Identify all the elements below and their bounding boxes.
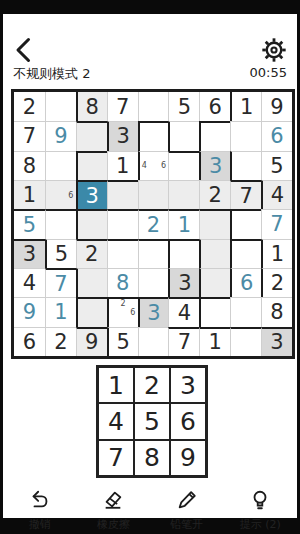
cell-r1c9[interactable]: 9 [261,92,292,121]
cell-r1c5[interactable] [138,92,169,121]
cell-r5c1[interactable]: 5 [14,209,45,238]
cell-r7c6[interactable]: 3 [168,268,199,297]
pencil-marks-r8c4: 26 [109,299,138,326]
cell-r5c6[interactable]: 1 [168,209,199,238]
cell-r1c4[interactable]: 7 [107,92,138,121]
cell-r6c6[interactable] [168,239,199,268]
cell-r6c8[interactable] [230,239,261,268]
cell-r8c1[interactable]: 9 [14,297,45,326]
cell-r5c2[interactable] [45,209,76,238]
cell-r3c1[interactable]: 8 [14,151,45,180]
back-chevron-icon [11,36,39,64]
numpad-6[interactable]: 6 [170,403,206,439]
toolbar: 撤销橡皮擦铅笔开提示 (2) [3,488,297,532]
hint-icon [249,489,271,515]
cell-r7c8[interactable]: 6 [230,268,261,297]
cell-r7c1[interactable]: 4 [14,268,45,297]
cell-r9c2[interactable]: 2 [45,327,76,356]
numpad-3[interactable]: 3 [170,367,206,403]
tool-eraser[interactable]: 橡皮擦 [77,488,151,532]
cell-r5c5[interactable]: 2 [138,209,169,238]
cell-r7c5[interactable] [138,268,169,297]
cell-r1c8[interactable]: 1 [230,92,261,121]
cell-r4c7[interactable]: 2 [199,180,230,209]
cell-r6c3[interactable]: 2 [76,239,107,268]
eraser-icon [102,489,124,515]
back-button[interactable] [11,36,39,64]
cell-r1c6[interactable]: 5 [168,92,199,121]
cell-r5c3[interactable] [76,209,107,238]
pencil-marks-r4c2: 6 [46,181,76,209]
app-screen: 不规则模式 2 00:55 28756197936814635163274521… [3,14,297,518]
cell-r8c5[interactable]: 3 [138,297,169,326]
cell-r5c4[interactable] [107,209,138,238]
cell-r9c7[interactable]: 1 [199,327,230,356]
timer: 00:55 [250,65,287,80]
cell-r7c2[interactable]: 7 [45,268,76,297]
cell-r8c2[interactable]: 1 [45,297,76,326]
tool-undo[interactable]: 撤销 [3,488,77,532]
phone-frame: 不规则模式 2 00:55 28756197936814635163274521… [0,0,300,534]
cell-r4c3[interactable]: 3 [76,180,107,209]
cell-r2c3[interactable] [76,121,107,150]
cell-r2c7[interactable] [199,121,230,150]
cell-r7c3[interactable] [76,268,107,297]
tool-label: 提示 (2) [240,517,281,532]
cell-r2c6[interactable] [168,121,199,150]
cell-r2c4[interactable]: 3 [107,121,138,150]
cell-r5c8[interactable] [230,209,261,238]
cell-r1c3[interactable]: 8 [76,92,107,121]
cell-r8c8[interactable] [230,297,261,326]
undo-icon [29,489,51,515]
cell-r3c3[interactable] [76,151,107,180]
number-pad: 123456789 [96,365,208,478]
cell-r9c4[interactable]: 5 [107,327,138,356]
cell-r3c6[interactable] [168,151,199,180]
pencil-icon [176,489,198,515]
cell-r3c5[interactable]: 46 [138,151,169,180]
gear-icon [260,36,288,64]
cell-r1c2[interactable] [45,92,76,121]
tool-pencil[interactable]: 铅笔开 [150,488,224,532]
sudoku-board: 2875619793681463516327452173521478362912… [11,89,295,359]
cell-r8c7[interactable] [199,297,230,326]
cell-r3c7[interactable]: 3 [199,151,230,180]
cell-r4c4[interactable] [107,180,138,209]
cell-r4c9[interactable]: 4 [261,180,292,209]
cell-r9c5[interactable] [138,327,169,356]
cell-r6c1[interactable]: 3 [14,239,45,268]
cell-r8c4[interactable]: 26 [107,297,138,326]
tool-label: 铅笔开 [170,517,203,532]
numpad-7[interactable]: 7 [98,440,134,476]
pencil-marks-r3c5: 46 [140,152,169,180]
tool-label: 撤销 [29,517,51,532]
numpad-5[interactable]: 5 [134,403,170,439]
cell-r9c8[interactable] [230,327,261,356]
cell-r5c7[interactable] [199,209,230,238]
mode-title: 不规则模式 2 [13,65,90,83]
cell-r4c5[interactable] [138,180,169,209]
numpad-2[interactable]: 2 [134,367,170,403]
cell-r8c6[interactable]: 4 [168,297,199,326]
cell-r4c8[interactable]: 7 [230,180,261,209]
numpad-4[interactable]: 4 [98,403,134,439]
cell-r2c9[interactable]: 6 [261,121,292,150]
cell-r6c2[interactable]: 5 [45,239,76,268]
tool-label: 橡皮擦 [97,517,130,532]
cell-r4c6[interactable] [168,180,199,209]
cell-r5c9[interactable]: 7 [261,209,292,238]
cell-r8c9[interactable]: 8 [261,297,292,326]
cell-r1c7[interactable]: 6 [199,92,230,121]
cell-r2c5[interactable] [138,121,169,150]
cell-r8c3[interactable] [76,297,107,326]
cell-r9c6[interactable]: 7 [168,327,199,356]
cell-r6c9[interactable]: 1 [261,239,292,268]
numpad-8[interactable]: 8 [134,440,170,476]
cell-r2c1[interactable]: 7 [14,121,45,150]
cell-r6c7[interactable] [199,239,230,268]
cell-r4c1[interactable]: 1 [14,180,45,209]
settings-button[interactable] [260,36,288,64]
cell-r6c5[interactable] [138,239,169,268]
numpad-1[interactable]: 1 [98,367,134,403]
cell-r9c3[interactable]: 9 [76,327,107,356]
cell-r7c7[interactable] [199,268,230,297]
tool-hint[interactable]: 提示 (2) [224,488,298,532]
cell-r3c8[interactable] [230,151,261,180]
numpad-9[interactable]: 9 [170,440,206,476]
cell-r2c2[interactable]: 9 [45,121,76,150]
cell-r7c9[interactable]: 2 [261,268,292,297]
cell-r7c4[interactable]: 8 [107,268,138,297]
cell-r9c9[interactable]: 3 [261,327,292,356]
cell-r3c9[interactable]: 5 [261,151,292,180]
cell-r6c4[interactable] [107,239,138,268]
cell-r1c1[interactable]: 2 [14,92,45,121]
cell-r2c8[interactable] [230,121,261,150]
cell-r4c2[interactable]: 6 [45,180,76,209]
cell-r3c2[interactable] [45,151,76,180]
cell-r3c4[interactable]: 1 [107,151,138,180]
cell-r9c1[interactable]: 6 [14,327,45,356]
